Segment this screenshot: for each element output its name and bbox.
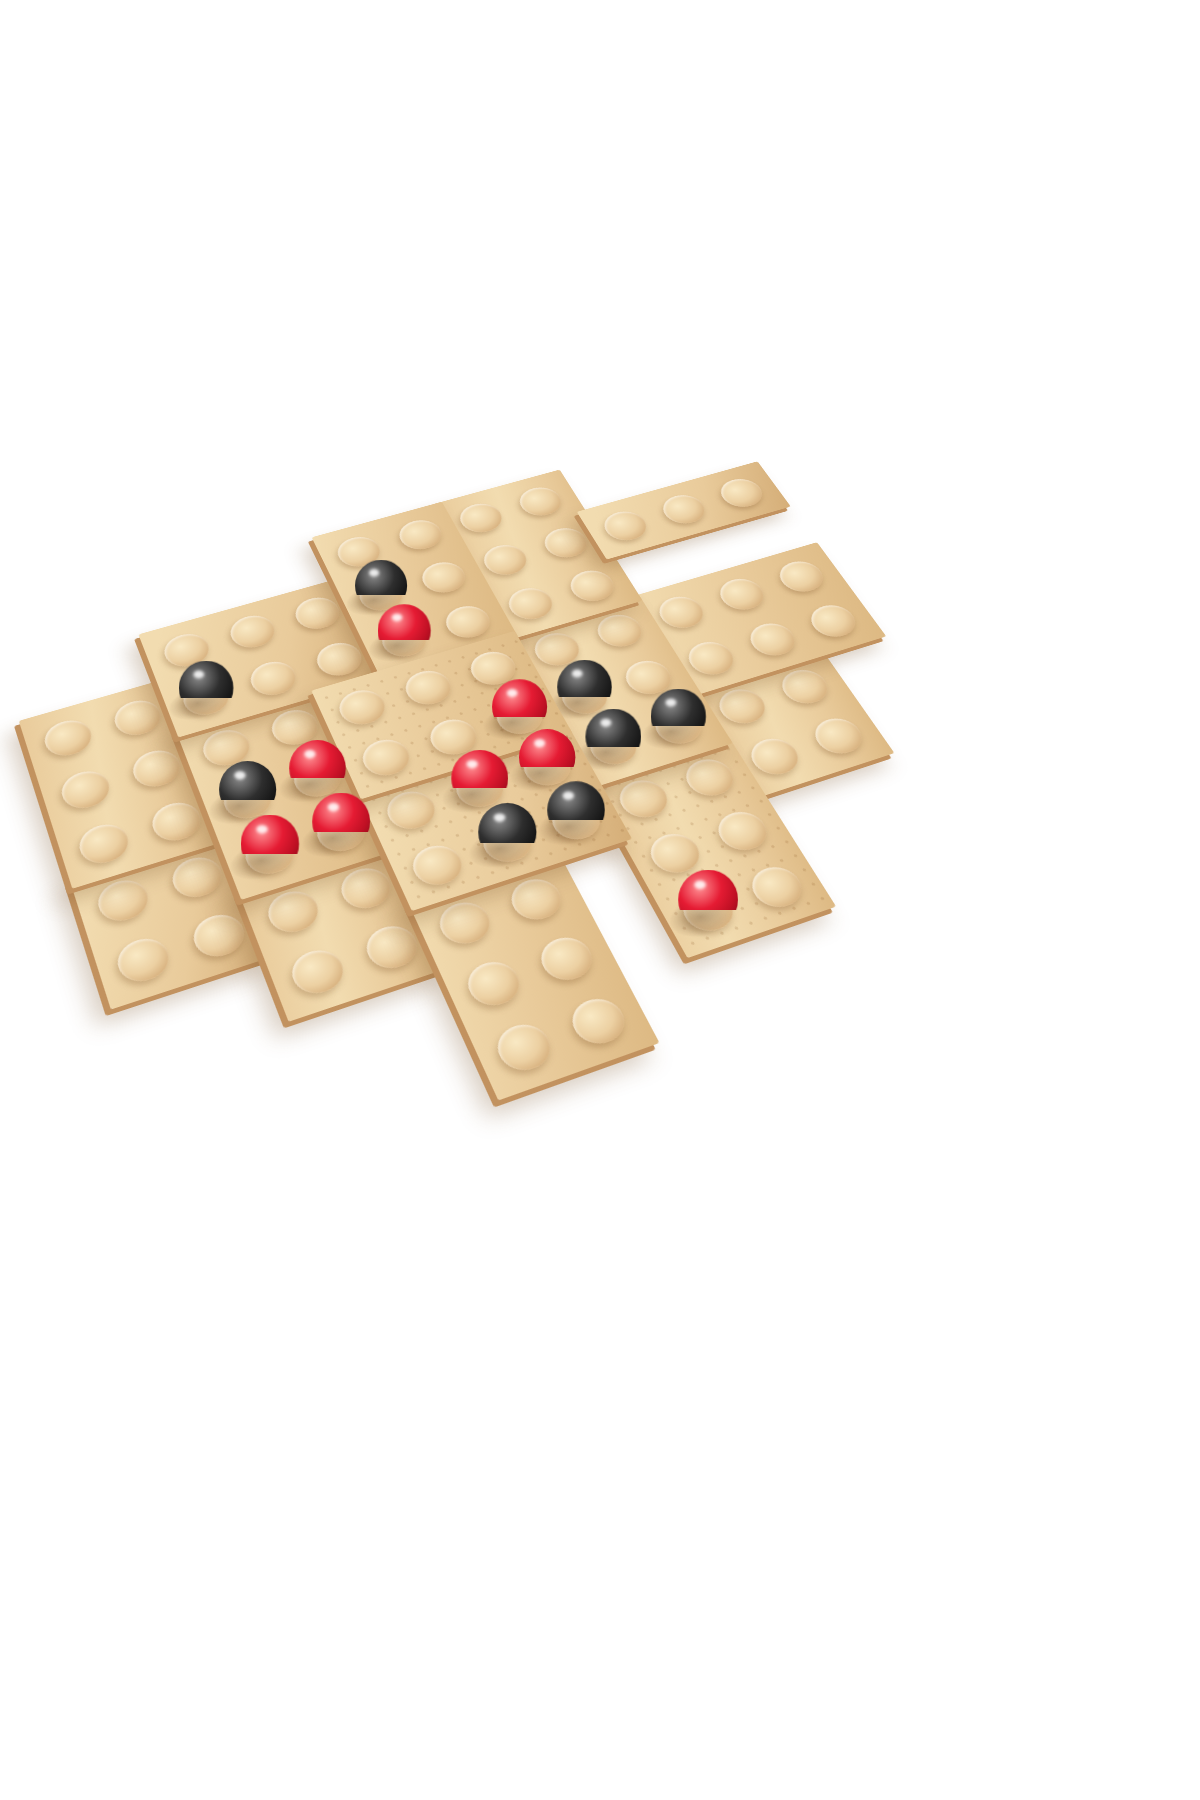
hole-c5-r8[interactable]: [534, 932, 600, 987]
hole-c6-r2[interactable]: [440, 602, 496, 643]
hole-c4-r5[interactable]: [381, 786, 442, 834]
hole-c3-r1[interactable]: [225, 611, 280, 652]
kulami-board: [0, 427, 1068, 1208]
hole-c10-r3[interactable]: [713, 574, 771, 614]
hole-c9-r5[interactable]: [712, 684, 773, 728]
hole-c8-r1[interactable]: [538, 524, 593, 562]
hole-c10-r1[interactable]: [657, 491, 712, 528]
hole-c1-r2[interactable]: [110, 696, 166, 740]
hole-c4-r9[interactable]: [490, 1018, 558, 1077]
hole-c10-r4[interactable]: [743, 619, 802, 660]
hole-c4-r1[interactable]: [290, 593, 345, 633]
hole-c8-r2[interactable]: [564, 566, 620, 605]
hole-c9-r6[interactable]: [744, 734, 806, 780]
hole-c0-r3[interactable]: [57, 766, 114, 813]
hole-c5-r7[interactable]: [504, 873, 568, 925]
hole-c9-r3[interactable]: [653, 592, 711, 632]
hole-c11-r1[interactable]: [714, 475, 769, 511]
hole-c3-r2[interactable]: [245, 657, 301, 700]
hole-c4-r7[interactable]: [433, 897, 497, 950]
hole-c11-r4[interactable]: [804, 601, 863, 642]
hole-c2-r6[interactable]: [262, 886, 324, 939]
hole-c0-r2[interactable]: [40, 715, 96, 760]
hole-c6-r1[interactable]: [416, 558, 471, 597]
hole-c0-r6[interactable]: [112, 933, 174, 988]
hole-c8-r3[interactable]: [591, 610, 649, 651]
hole-c5-r3[interactable]: [400, 666, 458, 709]
hole-c4-r4[interactable]: [357, 735, 416, 781]
hole-c8-r8[interactable]: [744, 861, 810, 913]
hole-c1-r6[interactable]: [188, 909, 250, 963]
hole-c6-r0[interactable]: [394, 516, 448, 553]
hole-c11-r3[interactable]: [773, 557, 831, 596]
hole-c0-r4[interactable]: [75, 819, 134, 869]
hole-c9-r4[interactable]: [682, 637, 741, 679]
hole-c10-r5[interactable]: [775, 665, 836, 708]
hole-c7-r1[interactable]: [478, 541, 533, 579]
hole-c3-r7[interactable]: [360, 920, 424, 974]
hole-c4-r2[interactable]: [311, 638, 367, 680]
wood-tile-F: [577, 461, 791, 559]
hole-c3-r6[interactable]: [335, 863, 397, 915]
hole-c1-r3[interactable]: [128, 745, 185, 792]
hole-c8-r0[interactable]: [514, 483, 568, 519]
hole-c4-r6[interactable]: [406, 840, 468, 891]
hole-c1-r5[interactable]: [167, 852, 227, 903]
hole-c5-r9[interactable]: [565, 993, 633, 1050]
hole-c7-r0[interactable]: [454, 500, 508, 537]
red-marble[interactable]: [241, 815, 300, 874]
hole-c10-r6[interactable]: [807, 713, 869, 758]
hole-c8-r7[interactable]: [711, 807, 775, 856]
hole-c0-r5[interactable]: [93, 875, 153, 927]
wood-tile-I: [358, 727, 633, 911]
hole-c2-r7[interactable]: [286, 944, 350, 999]
hole-c8-r6[interactable]: [679, 754, 741, 801]
hole-c7-r2[interactable]: [503, 584, 559, 624]
hole-c9-r1[interactable]: [598, 507, 653, 544]
hole-c4-r3[interactable]: [334, 685, 392, 729]
photo-scene: [0, 0, 1200, 1800]
hole-c7-r6[interactable]: [612, 775, 674, 823]
hole-c1-r4[interactable]: [147, 797, 206, 846]
hole-c4-r8[interactable]: [461, 956, 527, 1012]
